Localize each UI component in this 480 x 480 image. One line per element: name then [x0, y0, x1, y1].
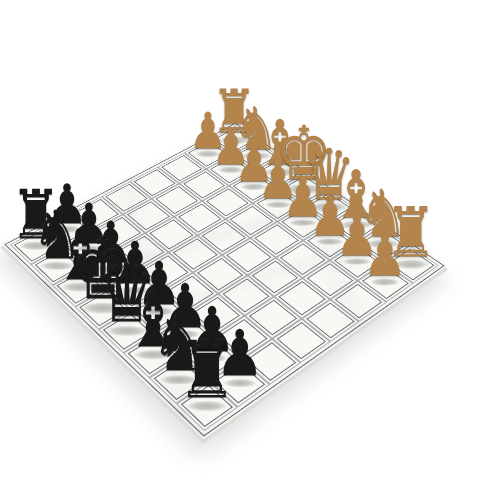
board-3d-scene: ♜♞♝♚♛♝♞♜♟♟♟♟♟♟♟♟♟♟♟♟♟♟♟♟♜♞♝♚♛♝♞♜ [0, 0, 480, 480]
screenshot-canvas: ♜♞♝♚♛♝♞♜♟♟♟♟♟♟♟♟♟♟♟♟♟♟♟♟♜♞♝♚♛♝♞♜ [0, 0, 480, 480]
piece-bR-a8[interactable]: ♜ [177, 330, 237, 409]
piece-wP-a2[interactable]: ♟ [363, 227, 407, 285]
